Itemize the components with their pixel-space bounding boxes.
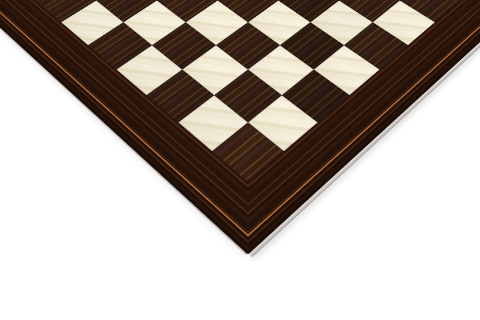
chessboard [0,0,480,252]
photo-background [0,0,480,320]
